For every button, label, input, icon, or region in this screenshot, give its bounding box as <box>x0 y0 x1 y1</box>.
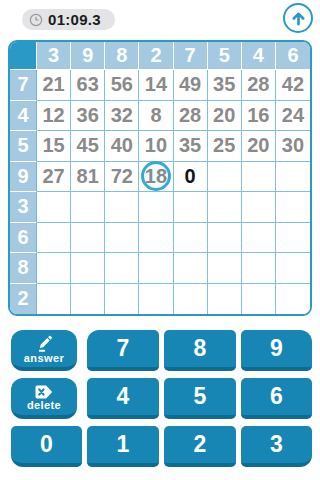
grid-cell[interactable] <box>71 284 105 315</box>
col-header-6: 6 <box>276 42 310 70</box>
grid-cell[interactable] <box>37 192 71 223</box>
clock-icon <box>29 13 43 27</box>
answer-button[interactable]: answer <box>11 330 77 371</box>
grid-cell[interactable]: 27 <box>37 162 71 193</box>
row-header-5: 5 <box>10 131 37 162</box>
grid-cell[interactable]: 45 <box>71 131 105 162</box>
grid-cell[interactable] <box>208 192 242 223</box>
grid-cell[interactable] <box>208 223 242 254</box>
delete-button-label: delete <box>27 400 61 411</box>
col-header-2: 2 <box>139 42 173 70</box>
key-9[interactable]: 9 <box>241 330 312 371</box>
grid-cell[interactable] <box>242 253 276 284</box>
grid-cell[interactable] <box>276 253 310 284</box>
grid-cell[interactable] <box>276 284 310 315</box>
grid-cell[interactable] <box>105 223 139 254</box>
grid-cell[interactable] <box>276 162 310 193</box>
grid-cell[interactable] <box>174 223 208 254</box>
grid-cell[interactable] <box>37 223 71 254</box>
grid-cell[interactable]: 42 <box>276 70 310 101</box>
key-4[interactable]: 4 <box>87 378 159 419</box>
grid-cell[interactable] <box>105 192 139 223</box>
grid-cell[interactable] <box>174 284 208 315</box>
grid-cell[interactable]: 24 <box>276 101 310 132</box>
answer-button-label: answer <box>24 353 64 364</box>
col-header-4: 4 <box>242 42 276 70</box>
grid-cell[interactable]: 35 <box>174 131 208 162</box>
grid-cell[interactable] <box>37 284 71 315</box>
grid-cell[interactable]: 14 <box>139 70 173 101</box>
grid-cell[interactable]: 28 <box>174 101 208 132</box>
grid-cell[interactable]: 21 <box>37 70 71 101</box>
grid-cell[interactable] <box>242 162 276 193</box>
grid-cell[interactable]: 8 <box>139 101 173 132</box>
grid-cell[interactable]: 36 <box>71 101 105 132</box>
up-arrow-icon <box>290 10 307 27</box>
grid-cell[interactable]: 40 <box>105 131 139 162</box>
grid-cell[interactable]: 0 <box>174 162 208 193</box>
grid-cell[interactable] <box>208 284 242 315</box>
key-1[interactable]: 1 <box>87 426 159 467</box>
grid-cell[interactable]: 25 <box>208 131 242 162</box>
grid-cell[interactable] <box>208 162 242 193</box>
backspace-icon <box>35 385 54 399</box>
grid-cell[interactable] <box>139 223 173 254</box>
col-header-3: 3 <box>37 42 71 70</box>
grid-cell[interactable] <box>71 192 105 223</box>
timer-value: 01:09.3 <box>48 11 101 28</box>
grid-cell[interactable]: 28 <box>242 70 276 101</box>
grid-cell[interactable] <box>139 253 173 284</box>
grid-cell[interactable]: 20 <box>242 131 276 162</box>
grid-cell[interactable]: 15 <box>37 131 71 162</box>
grid-cell[interactable]: 20 <box>208 101 242 132</box>
grid-cell[interactable]: 56 <box>105 70 139 101</box>
grid-cell[interactable] <box>105 284 139 315</box>
row-header-2: 2 <box>10 284 37 315</box>
grid-cell[interactable] <box>242 192 276 223</box>
grid-cell[interactable] <box>71 223 105 254</box>
grid-cell[interactable] <box>276 192 310 223</box>
key-5[interactable]: 5 <box>164 378 236 419</box>
grid-cell[interactable]: 81 <box>71 162 105 193</box>
grid-cell[interactable]: 12 <box>37 101 71 132</box>
grid-cell[interactable]: 30 <box>276 131 310 162</box>
grid-cell[interactable] <box>71 253 105 284</box>
row-header-9: 9 <box>10 162 37 193</box>
grid-cell[interactable] <box>208 253 242 284</box>
col-header-8: 8 <box>105 42 139 70</box>
row-header-6: 6 <box>10 223 37 254</box>
grid-cell[interactable]: 10 <box>139 131 173 162</box>
grid-cell[interactable] <box>276 223 310 254</box>
row-header-8: 8 <box>10 253 37 284</box>
grid-cell[interactable] <box>242 223 276 254</box>
grid-cell[interactable]: 72 <box>105 162 139 193</box>
grid-cell[interactable]: 49 <box>174 70 208 101</box>
col-header-7: 7 <box>174 42 208 70</box>
grid-cell[interactable] <box>139 192 173 223</box>
grid-cell[interactable]: 16 <box>242 101 276 132</box>
selected-cell-ring <box>141 161 171 191</box>
grid-cell[interactable] <box>174 253 208 284</box>
key-6[interactable]: 6 <box>241 378 312 419</box>
top-bar: 01:09.3 <box>0 0 320 40</box>
grid-cell[interactable]: 63 <box>71 70 105 101</box>
grid-cell[interactable] <box>139 284 173 315</box>
col-header-5: 5 <box>208 42 242 70</box>
row-header-3: 3 <box>10 192 37 223</box>
key-8[interactable]: 8 <box>164 330 236 371</box>
grid-cell[interactable]: 35 <box>208 70 242 101</box>
key-0[interactable]: 0 <box>11 426 82 467</box>
keypad: answer 7 8 9 delete 4 5 6 0 1 2 3 <box>11 330 312 467</box>
row-header-4: 4 <box>10 101 37 132</box>
grid-cell[interactable]: 18 <box>139 162 173 193</box>
timer-pill: 01:09.3 <box>22 9 115 30</box>
board-grid: 3982754672163561449352842412363282820162… <box>8 40 312 316</box>
grid-cell[interactable] <box>242 284 276 315</box>
key-3[interactable]: 3 <box>241 426 312 467</box>
col-header-9: 9 <box>71 42 105 70</box>
pencil-icon <box>35 335 53 352</box>
grid-cell[interactable] <box>174 192 208 223</box>
key-2[interactable]: 2 <box>164 426 236 467</box>
delete-button[interactable]: delete <box>11 378 77 419</box>
grid-cell[interactable]: 32 <box>105 101 139 132</box>
grid-cell[interactable] <box>105 253 139 284</box>
grid-corner <box>10 42 37 70</box>
grid-cell[interactable] <box>37 253 71 284</box>
row-header-7: 7 <box>10 70 37 101</box>
key-7[interactable]: 7 <box>87 330 159 371</box>
collapse-keypad-button[interactable] <box>283 3 313 33</box>
